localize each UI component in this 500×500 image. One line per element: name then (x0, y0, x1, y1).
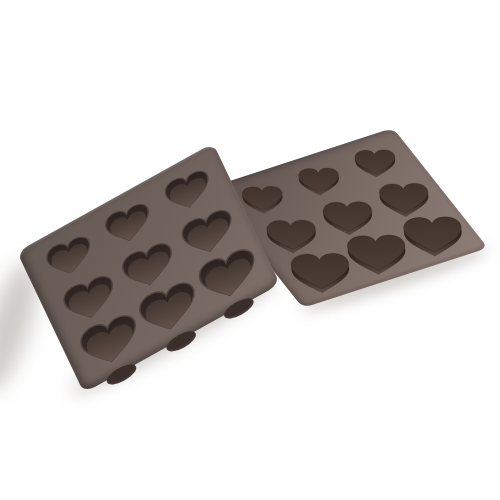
mold-cell (391, 209, 476, 264)
protruding-heart (350, 147, 400, 179)
left-mold-cavity-grid (30, 155, 268, 381)
protruding-heart (294, 165, 344, 197)
photo-stage (0, 0, 500, 500)
protruding-heart (397, 213, 469, 259)
